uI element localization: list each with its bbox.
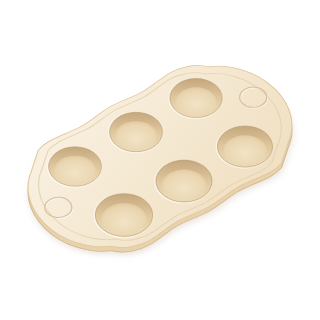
- muffin-cup: [216, 125, 273, 168]
- product-photo: [0, 0, 320, 320]
- muffin-cup: [169, 77, 224, 118]
- muffin-cup: [94, 193, 154, 238]
- muffin-cup: [155, 159, 214, 203]
- muffin-pan-illustration: [0, 0, 320, 320]
- muffin-cup: [108, 111, 163, 152]
- muffin-cup: [47, 146, 102, 187]
